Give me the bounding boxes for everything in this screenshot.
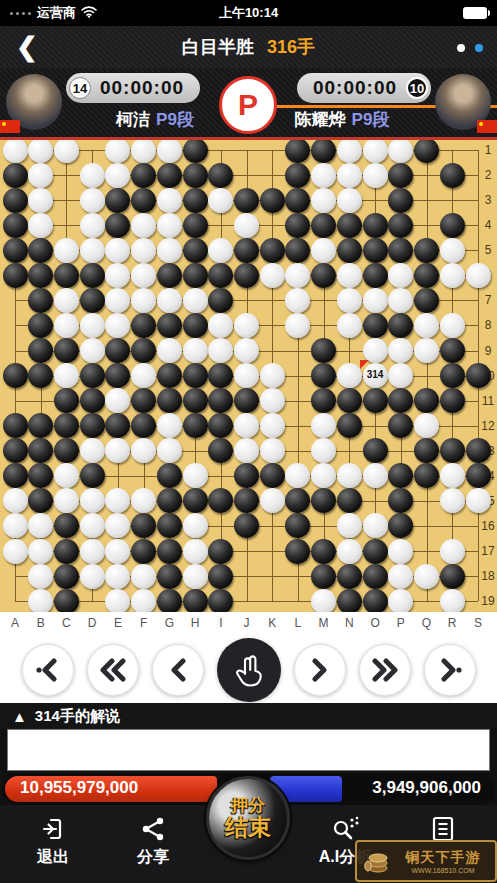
white-stone-C7 [54, 288, 79, 313]
white-stone-A16 [3, 513, 28, 538]
white-stone-N6 [337, 263, 362, 288]
row-number-label: 5 [479, 243, 497, 257]
black-stone-H1 [183, 138, 208, 163]
black-stone-G8 [157, 313, 182, 338]
black-stone-P3 [388, 188, 413, 213]
black-stone-N18 [337, 564, 362, 589]
white-stone-J4 [234, 213, 259, 238]
left-name-label: 柯洁 [116, 110, 150, 129]
white-stone-N17 [337, 539, 362, 564]
white-stone-P6 [388, 263, 413, 288]
black-stone-H12 [183, 413, 208, 438]
white-stone-M2 [311, 163, 336, 188]
black-stone-B5 [28, 238, 53, 263]
row-number-label: 19 [479, 594, 497, 608]
black-stone-M15 [311, 488, 336, 513]
white-stone-E5 [105, 238, 130, 263]
black-stone-R10 [440, 363, 465, 388]
bet-end-button[interactable]: 押分 结束 [206, 776, 290, 860]
white-stone-M3 [311, 188, 336, 213]
column-letter-label: G [162, 616, 176, 630]
black-stone-A5 [3, 238, 28, 263]
black-stone-H6 [183, 263, 208, 288]
white-stone-I8 [208, 313, 233, 338]
column-letter-label: S [471, 616, 485, 630]
column-letter-label: M [317, 616, 331, 630]
white-stone-P19 [388, 589, 413, 614]
white-stone-C14 [54, 463, 79, 488]
white-stone-M19 [311, 589, 336, 614]
white-stone-Q9 [414, 338, 439, 363]
black-stone-C6 [54, 263, 79, 288]
right-flag-icon [477, 120, 497, 133]
black-stone-Q14 [414, 463, 439, 488]
black-stone-L15 [285, 488, 310, 513]
go-board[interactable]: 12345678910111213141516171819314 [0, 140, 497, 612]
watermark-title: 铜天下手游 [406, 849, 481, 867]
row-number-label: 12 [479, 419, 497, 433]
white-stone-H18 [183, 564, 208, 589]
black-stone-L5 [285, 238, 310, 263]
white-stone-D9 [80, 338, 105, 363]
column-labels: ABCDEFGHIJKLMNOPQRS [0, 612, 497, 637]
black-stone-M9 [311, 338, 336, 363]
white-stone-B1 [28, 138, 53, 163]
white-stone-C15 [54, 488, 79, 513]
black-stone-F16 [131, 513, 156, 538]
black-stone-F9 [131, 338, 156, 363]
black-stone-F8 [131, 313, 156, 338]
black-stone-J5 [234, 238, 259, 263]
black-stone-P14 [388, 463, 413, 488]
right-rank-label: P9段 [352, 110, 390, 129]
white-stone-D16 [80, 513, 105, 538]
white-stone-P18 [388, 564, 413, 589]
black-stone-I11 [208, 388, 233, 413]
black-stone-D6 [80, 263, 105, 288]
white-stone-R19 [440, 589, 465, 614]
black-stone-Q1 [414, 138, 439, 163]
jump-to-start-button[interactable] [22, 644, 74, 696]
white-stone-G4 [157, 213, 182, 238]
header: ❮ 白目半胜 316手 [0, 26, 497, 68]
white-stone-P17 [388, 539, 413, 564]
black-stone-Q5 [414, 238, 439, 263]
exit-button[interactable]: 退出 [8, 815, 98, 868]
black-stone-E10 [105, 363, 130, 388]
right-timer: 00:00:00 10 [297, 73, 431, 103]
black-stone-I13 [208, 438, 233, 463]
white-stone-K10 [260, 363, 285, 388]
black-stone-D14 [80, 463, 105, 488]
black-stone-C16 [54, 513, 79, 538]
white-stone-D17 [80, 539, 105, 564]
black-stone-P15 [388, 488, 413, 513]
white-stone-G1 [157, 138, 182, 163]
black-stone-C11 [54, 388, 79, 413]
black-stone-H19 [183, 589, 208, 614]
white-stone-E19 [105, 589, 130, 614]
white-stone-I9 [208, 338, 233, 363]
jump-to-end-button[interactable] [424, 644, 476, 696]
white-stone-K6 [260, 263, 285, 288]
black-stone-E3 [105, 188, 130, 213]
white-stone-K12 [260, 413, 285, 438]
column-letter-label: R [445, 616, 459, 630]
white-stone-M5 [311, 238, 336, 263]
white-stone-Q18 [414, 564, 439, 589]
white-stone-P9 [388, 338, 413, 363]
black-stone-D11 [80, 388, 105, 413]
next-move-button[interactable] [294, 644, 346, 696]
white-stone-N3 [337, 188, 362, 213]
white-stone-D15 [80, 488, 105, 513]
white-stone-K11 [260, 388, 285, 413]
black-stone-R9 [440, 338, 465, 363]
white-stone-G12 [157, 413, 182, 438]
white-stone-F15 [131, 488, 156, 513]
column-letter-label: B [34, 616, 48, 630]
black-stone-I12 [208, 413, 233, 438]
white-stone-B17 [28, 539, 53, 564]
white-stone-F18 [131, 564, 156, 589]
white-stone-J10 [234, 363, 259, 388]
black-stone-S10 [466, 363, 491, 388]
black-stone-Q6 [414, 263, 439, 288]
black-stone-H5 [183, 238, 208, 263]
white-stone-S6 [466, 263, 491, 288]
black-stone-F3 [131, 188, 156, 213]
white-stone-H16 [183, 513, 208, 538]
white-stone-H17 [183, 539, 208, 564]
triangle-icon: ▲ [12, 708, 27, 725]
white-stone-E1 [105, 138, 130, 163]
white-stone-N2 [337, 163, 362, 188]
black-stone-P11 [388, 388, 413, 413]
black-stone-R4 [440, 213, 465, 238]
black-stone-P5 [388, 238, 413, 263]
black-stone-A10 [3, 363, 28, 388]
prev-move-button[interactable] [152, 644, 204, 696]
black-stone-G17 [157, 539, 182, 564]
white-stone-F5 [131, 238, 156, 263]
black-stone-J15 [234, 488, 259, 513]
black-stone-Q11 [414, 388, 439, 413]
white-stone-H14 [183, 463, 208, 488]
white-stone-P1 [388, 138, 413, 163]
black-stone-F12 [131, 413, 156, 438]
fast-rewind-button[interactable] [87, 644, 139, 696]
column-letter-label: I [214, 616, 228, 630]
black-stone-N15 [337, 488, 362, 513]
black-stone-A14 [3, 463, 28, 488]
black-stone-G18 [157, 564, 182, 589]
white-stone-E13 [105, 438, 130, 463]
column-letter-label: C [59, 616, 73, 630]
black-stone-G14 [157, 463, 182, 488]
black-stone-R18 [440, 564, 465, 589]
move-count-label: 316手 [267, 37, 315, 57]
white-stone-A15 [3, 488, 28, 513]
white-stone-E8 [105, 313, 130, 338]
black-stone-O11 [363, 388, 388, 413]
white-stone-Q8 [414, 313, 439, 338]
black-stone-E9 [105, 338, 130, 363]
black-stone-B14 [28, 463, 53, 488]
white-stone-B4 [28, 213, 53, 238]
commentary-title: 314手的解说 [35, 707, 120, 726]
white-stone-E11 [105, 388, 130, 413]
black-stone-H4 [183, 213, 208, 238]
white-stone-L7 [285, 288, 310, 313]
white-stone-A17 [3, 539, 28, 564]
black-stone-O4 [363, 213, 388, 238]
black-stone-A3 [3, 188, 28, 213]
white-stone-A1 [3, 138, 28, 163]
white-stone-F19 [131, 589, 156, 614]
white-stone-H9 [183, 338, 208, 363]
black-stone-N11 [337, 388, 362, 413]
black-stone-R11 [440, 388, 465, 413]
black-stone-H10 [183, 363, 208, 388]
black-stone-O6 [363, 263, 388, 288]
black-stone-O19 [363, 589, 388, 614]
white-stone-P7 [388, 288, 413, 313]
black-stone-R2 [440, 163, 465, 188]
black-stone-K5 [260, 238, 285, 263]
black-stone-O17 [363, 539, 388, 564]
black-stone-C13 [54, 438, 79, 463]
white-stone-E15 [105, 488, 130, 513]
black-stone-P8 [388, 313, 413, 338]
bet-label: 押分 [231, 797, 265, 815]
row-number-label: 4 [479, 218, 497, 232]
black-stone-C18 [54, 564, 79, 589]
white-stone-O1 [363, 138, 388, 163]
white-stone-C8 [54, 313, 79, 338]
white-stone-E6 [105, 263, 130, 288]
black-stone-B13 [28, 438, 53, 463]
white-stone-M12 [311, 413, 336, 438]
right-captures-badge: 10 [406, 77, 428, 99]
right-score-value: 3,949,906,000 [372, 778, 481, 798]
white-stone-C10 [54, 363, 79, 388]
white-stone-G13 [157, 438, 182, 463]
white-stone-D5 [80, 238, 105, 263]
white-stone-B19 [28, 589, 53, 614]
white-stone-O16 [363, 513, 388, 538]
black-stone-I7 [208, 288, 233, 313]
row-number-label: 11 [479, 394, 497, 408]
left-player-name: 柯洁P9段 [65, 108, 245, 131]
page-dot-active-icon [475, 44, 483, 52]
white-stone-N16 [337, 513, 362, 538]
black-stone-A13 [3, 438, 28, 463]
row-number-label: 16 [479, 519, 497, 533]
white-stone-M13 [311, 438, 336, 463]
black-stone-G6 [157, 263, 182, 288]
white-stone-S15 [466, 488, 491, 513]
white-stone-J13 [234, 438, 259, 463]
white-stone-F13 [131, 438, 156, 463]
white-stone-N7 [337, 288, 362, 313]
black-stone-A2 [3, 163, 28, 188]
white-stone-R17 [440, 539, 465, 564]
white-stone-E18 [105, 564, 130, 589]
white-stone-N1 [337, 138, 362, 163]
battery-icon [463, 7, 487, 19]
black-stone-L3 [285, 188, 310, 213]
black-stone-R13 [440, 438, 465, 463]
white-stone-E7 [105, 288, 130, 313]
black-stone-F11 [131, 388, 156, 413]
column-letter-label: Q [420, 616, 434, 630]
white-stone-D4 [80, 213, 105, 238]
black-stone-O18 [363, 564, 388, 589]
column-letter-label: N [342, 616, 356, 630]
black-stone-N19 [337, 589, 362, 614]
white-stone-J12 [234, 413, 259, 438]
black-stone-B10 [28, 363, 53, 388]
black-stone-G15 [157, 488, 182, 513]
white-stone-N10 [337, 363, 362, 388]
page-dot-icon [457, 44, 465, 52]
black-stone-E12 [105, 413, 130, 438]
black-stone-D10 [80, 363, 105, 388]
white-stone-I5 [208, 238, 233, 263]
white-stone-G3 [157, 188, 182, 213]
black-stone-G19 [157, 589, 182, 614]
black-stone-P4 [388, 213, 413, 238]
black-stone-B15 [28, 488, 53, 513]
black-stone-L16 [285, 513, 310, 538]
hand-play-button[interactable] [217, 638, 281, 702]
row-number-label: 2 [479, 168, 497, 182]
status-bar: 运营商 上午10:14 [0, 0, 497, 26]
column-letter-label: L [291, 616, 305, 630]
white-stone-L6 [285, 263, 310, 288]
white-stone-B3 [28, 188, 53, 213]
left-timer: 14 00:00:00 [66, 73, 200, 103]
move-number-label: 314 [363, 369, 388, 380]
white-stone-O2 [363, 163, 388, 188]
black-stone-C12 [54, 413, 79, 438]
black-stone-H3 [183, 188, 208, 213]
row-number-label: 9 [479, 344, 497, 358]
black-stone-L2 [285, 163, 310, 188]
black-stone-M1 [311, 138, 336, 163]
black-stone-S13 [466, 438, 491, 463]
white-stone-D3 [80, 188, 105, 213]
left-flag-icon [0, 120, 20, 133]
black-stone-J16 [234, 513, 259, 538]
end-label: 结束 [225, 815, 271, 839]
white-stone-F7 [131, 288, 156, 313]
row-number-label: 18 [479, 569, 497, 583]
divider-line [0, 137, 497, 140]
commentary-header[interactable]: ▲ 314手的解说 [0, 703, 497, 729]
game-record-button[interactable] [398, 815, 488, 843]
black-stone-M6 [311, 263, 336, 288]
commentary-text-area[interactable] [7, 729, 490, 771]
black-stone-I18 [208, 564, 233, 589]
column-letter-label: P [394, 616, 408, 630]
column-letter-label: K [265, 616, 279, 630]
white-stone-G5 [157, 238, 182, 263]
black-stone-C19 [54, 589, 79, 614]
white-stone-F6 [131, 263, 156, 288]
share-button[interactable]: 分享 [108, 815, 198, 868]
white-stone-R6 [440, 263, 465, 288]
black-stone-I17 [208, 539, 233, 564]
white-stone-G9 [157, 338, 182, 363]
black-stone-N12 [337, 413, 362, 438]
white-stone-J9 [234, 338, 259, 363]
white-stone-D13 [80, 438, 105, 463]
white-stone-K13 [260, 438, 285, 463]
black-stone-K3 [260, 188, 285, 213]
white-stone-P10 [388, 363, 413, 388]
white-stone-B2 [28, 163, 53, 188]
black-stone-H15 [183, 488, 208, 513]
right-name-label: 陈耀烨 [295, 110, 346, 129]
black-stone-D12 [80, 413, 105, 438]
black-stone-M18 [311, 564, 336, 589]
black-stone-H8 [183, 313, 208, 338]
black-stone-O5 [363, 238, 388, 263]
left-score-value: 10,955,979,000 [20, 778, 138, 798]
black-stone-G10 [157, 363, 182, 388]
fast-forward-button[interactable] [359, 644, 411, 696]
row-number-label: 17 [479, 544, 497, 558]
last-move-triangle-icon [360, 360, 369, 369]
white-stone-E17 [105, 539, 130, 564]
black-stone-C9 [54, 338, 79, 363]
white-stone-H7 [183, 288, 208, 313]
coins-icon [361, 846, 391, 876]
white-stone-G7 [157, 288, 182, 313]
column-letter-label: A [8, 616, 22, 630]
black-stone-G16 [157, 513, 182, 538]
white-stone-L14 [285, 463, 310, 488]
column-letter-label: E [111, 616, 125, 630]
black-stone-L4 [285, 213, 310, 238]
black-stone-O8 [363, 313, 388, 338]
right-player-name: 陈耀烨P9段 [252, 108, 432, 131]
page-indicator [457, 44, 483, 52]
watermark-url: WWW.168510.COM [411, 867, 474, 874]
black-stone-Q7 [414, 288, 439, 313]
black-stone-F2 [131, 163, 156, 188]
row-number-label: 8 [479, 318, 497, 332]
black-stone-E4 [105, 213, 130, 238]
row-number-label: 7 [479, 293, 497, 307]
white-stone-O14 [363, 463, 388, 488]
black-stone-O13 [363, 438, 388, 463]
white-stone-E16 [105, 513, 130, 538]
black-stone-F17 [131, 539, 156, 564]
white-stone-F10 [131, 363, 156, 388]
black-stone-A12 [3, 413, 28, 438]
column-letter-label: O [368, 616, 382, 630]
left-captures-badge: 14 [69, 77, 91, 99]
white-stone-F4 [131, 213, 156, 238]
column-letter-label: F [137, 616, 151, 630]
black-stone-J6 [234, 263, 259, 288]
white-stone-K15 [260, 488, 285, 513]
pause-button[interactable]: P [219, 76, 277, 134]
white-stone-N8 [337, 313, 362, 338]
